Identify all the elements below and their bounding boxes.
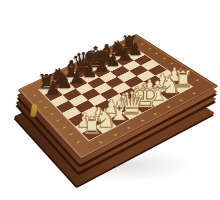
brass-pin [114, 134, 118, 136]
brass-pin [111, 49, 114, 51]
brass-pin [33, 95, 36, 97]
brass-pin [127, 127, 131, 129]
product-photo: ♜♞♝♛♚♝♞♜♟♟♟♟♟♟♟♟♟♟♟♟♟♟♟♟♜♞♝♛♚♝♞♜ [0, 0, 220, 200]
brass-pin [167, 106, 171, 108]
brass-pin [141, 43, 144, 45]
brass-pin [53, 77, 56, 79]
brass-pin [56, 119, 59, 121]
brass-pin [187, 73, 190, 75]
brass-pin [39, 101, 42, 103]
brass-pin [76, 141, 79, 143]
chess-box: ♜♞♝♛♚♝♞♜♟♟♟♟♟♟♟♟♟♟♟♟♟♟♟♟♜♞♝♛♚♝♞♜ [0, 0, 220, 200]
brass-pin [76, 66, 79, 68]
brass-pin [170, 63, 173, 65]
brass-pin [122, 44, 125, 46]
brass-pin [63, 126, 66, 128]
brass-pin [148, 48, 151, 50]
brass-pin [141, 120, 145, 122]
brass-pin [41, 82, 44, 84]
brass-pin [100, 141, 104, 143]
brass-pin [50, 113, 53, 115]
brass-pin [65, 71, 68, 73]
brass-pin [192, 92, 196, 94]
brass-pin [69, 133, 72, 135]
brass-pin [44, 107, 47, 109]
brass-pin [155, 53, 158, 55]
brass-pin [99, 55, 102, 57]
brass-pin [179, 68, 182, 70]
brass-pin [180, 99, 184, 101]
brass-pin [196, 79, 199, 81]
brass-pin [163, 58, 166, 60]
brass-pin [154, 113, 158, 115]
brass-pin [88, 60, 91, 62]
